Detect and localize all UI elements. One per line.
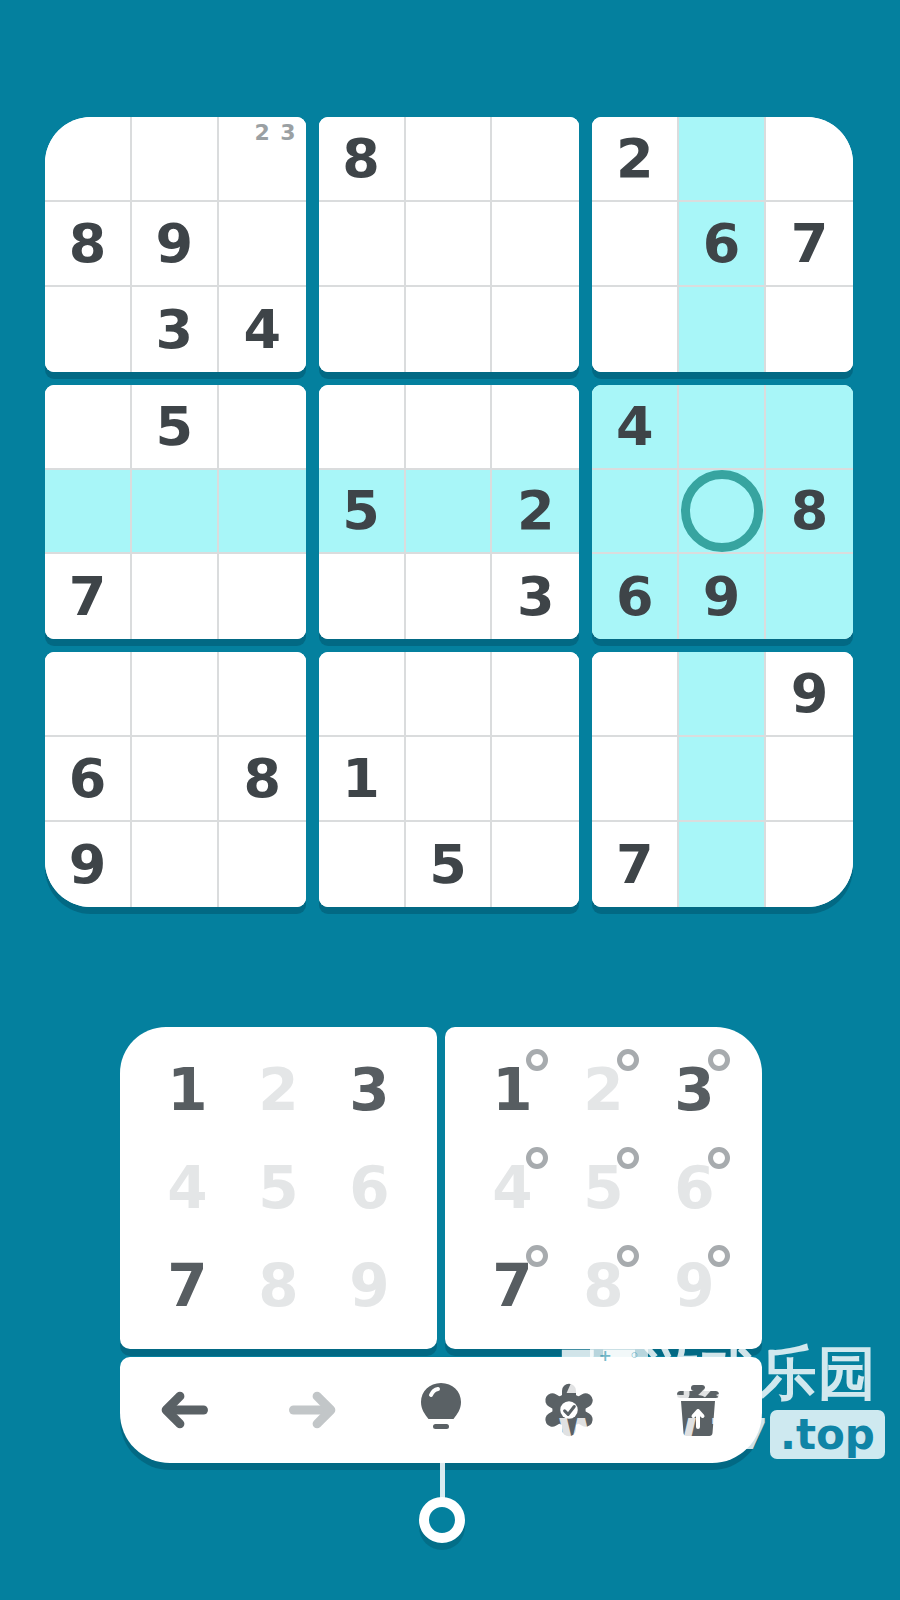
cell-r8c6[interactable]: [492, 737, 579, 822]
numpad-notes-1[interactable]: 1: [467, 1041, 558, 1139]
numpad-normal-7[interactable]: 7: [142, 1237, 233, 1335]
cell-r4c2[interactable]: 5: [132, 385, 219, 470]
pad-digit: 7: [492, 1252, 532, 1320]
pad-digit: 1: [492, 1056, 532, 1124]
numpad-normal-4[interactable]: 4: [142, 1139, 233, 1237]
box-1: 238934: [45, 117, 306, 372]
cell-r8c4[interactable]: 1: [319, 737, 406, 822]
cell-r6c8[interactable]: 9: [679, 554, 766, 639]
cell-r2c2[interactable]: 9: [132, 202, 219, 287]
cell-digit: 8: [69, 212, 107, 275]
numpad-notes: 123456789: [445, 1027, 762, 1349]
cell-r6c3[interactable]: [219, 554, 306, 639]
cell-r3c7[interactable]: [592, 287, 679, 372]
cell-digit: 6: [703, 212, 741, 275]
pad-digit: 5: [258, 1154, 298, 1222]
cell-digit: 3: [517, 565, 555, 628]
watermark-url-suffix: .top: [770, 1410, 885, 1459]
cell-r9c9[interactable]: [766, 822, 853, 907]
pad-digit: 2: [258, 1056, 298, 1124]
pad-digit: 9: [674, 1252, 714, 1320]
cell-r9c7[interactable]: 7: [592, 822, 679, 907]
cell-r5c3[interactable]: [219, 470, 306, 555]
numpad-notes-2[interactable]: 2: [558, 1041, 649, 1139]
cell-r8c8[interactable]: [679, 737, 766, 822]
cell-r8c3[interactable]: 8: [219, 737, 306, 822]
cell-r5c2[interactable]: [132, 470, 219, 555]
cell-digit: 8: [791, 479, 829, 542]
cell-r1c5[interactable]: [406, 117, 493, 202]
cell-r3c2[interactable]: 3: [132, 287, 219, 372]
numpad-notes-7[interactable]: 7: [467, 1237, 558, 1335]
cell-r4c9[interactable]: [766, 385, 853, 470]
cell-digit: 7: [616, 833, 654, 896]
cell-r7c9[interactable]: 9: [766, 652, 853, 737]
cell-r5c4[interactable]: 5: [319, 470, 406, 555]
lightbulb-icon: [417, 1381, 465, 1439]
selection-ring: [681, 470, 763, 552]
cell-r7c2[interactable]: [132, 652, 219, 737]
note-digit: [224, 146, 250, 172]
box-4: 57: [45, 385, 306, 640]
pad-digit: 4: [167, 1154, 207, 1222]
cell-r7c4[interactable]: [319, 652, 406, 737]
sudoku-board: 23893482675752348696891597: [45, 117, 853, 907]
pad-digit: 2: [583, 1056, 623, 1124]
cell-digit: 8: [342, 127, 380, 190]
pad-digit: 9: [349, 1252, 389, 1320]
cell-r4c7[interactable]: 4: [592, 385, 679, 470]
cell-r3c5[interactable]: [406, 287, 493, 372]
box-6: 4869: [592, 385, 853, 640]
cell-r2c3[interactable]: [219, 202, 306, 287]
note-mode-ring-icon: [708, 1049, 730, 1071]
cell-digit: 9: [69, 833, 107, 896]
cell-r4c3[interactable]: [219, 385, 306, 470]
note-mode-ring-icon: [617, 1049, 639, 1071]
box-9: 97: [592, 652, 853, 907]
cell-r1c3[interactable]: 23: [219, 117, 306, 202]
cell-r4c4[interactable]: [319, 385, 406, 470]
cell-r2c9[interactable]: 7: [766, 202, 853, 287]
cell-digit: 6: [616, 565, 654, 628]
cell-r2c6[interactable]: [492, 202, 579, 287]
cell-r2c4[interactable]: [319, 202, 406, 287]
cell-r7c5[interactable]: [406, 652, 493, 737]
numpad-notes-8[interactable]: 8: [558, 1237, 649, 1335]
cell-r5c8[interactable]: [679, 470, 766, 555]
cell-r6c2[interactable]: [132, 554, 219, 639]
cell-r1c4[interactable]: 8: [319, 117, 406, 202]
numpad-notes-6[interactable]: 6: [649, 1139, 740, 1237]
note-digit: [224, 120, 250, 146]
arrow-left-icon: [158, 1388, 210, 1432]
cell-r9c6[interactable]: [492, 822, 579, 907]
cell-r8c7[interactable]: [592, 737, 679, 822]
cell-r5c1[interactable]: [45, 470, 132, 555]
cell-r4c1[interactable]: [45, 385, 132, 470]
pencil-notes: 23: [224, 120, 301, 197]
cell-r9c1[interactable]: 9: [45, 822, 132, 907]
cell-r4c6[interactable]: [492, 385, 579, 470]
cell-r6c9[interactable]: [766, 554, 853, 639]
cell-r1c8[interactable]: [679, 117, 766, 202]
numpad-normal-8[interactable]: 8: [233, 1237, 324, 1335]
gear-icon: [541, 1382, 597, 1438]
numpad-normal: 123456789: [120, 1027, 437, 1349]
cell-r6c4[interactable]: [319, 554, 406, 639]
cell-digit: 1: [342, 747, 380, 810]
cell-r5c6[interactable]: 2: [492, 470, 579, 555]
cell-r8c5[interactable]: [406, 737, 493, 822]
cell-digit: 8: [243, 747, 281, 810]
note-digit: 2: [249, 120, 275, 146]
pad-digit: 7: [167, 1252, 207, 1320]
numpad-normal-2[interactable]: 2: [233, 1041, 324, 1139]
numpad-notes-9[interactable]: 9: [649, 1237, 740, 1335]
cell-digit: 9: [791, 662, 829, 725]
cell-r8c2[interactable]: [132, 737, 219, 822]
cell-r8c9[interactable]: [766, 737, 853, 822]
cell-digit: 3: [156, 298, 194, 361]
undo-button[interactable]: [152, 1378, 216, 1442]
cell-r2c5[interactable]: [406, 202, 493, 287]
trash-icon: [675, 1383, 721, 1437]
cell-r1c1[interactable]: [45, 117, 132, 202]
cell-r3c1[interactable]: [45, 287, 132, 372]
cell-r9c2[interactable]: [132, 822, 219, 907]
cell-r7c1[interactable]: [45, 652, 132, 737]
cell-digit: 5: [342, 479, 380, 542]
erase-button[interactable]: [666, 1378, 730, 1442]
cell-r3c9[interactable]: [766, 287, 853, 372]
cell-r8c1[interactable]: 6: [45, 737, 132, 822]
cell-r9c3[interactable]: [219, 822, 306, 907]
pad-digit: 3: [674, 1056, 714, 1124]
pad-digit: 3: [349, 1056, 389, 1124]
pad-digit: 8: [583, 1252, 623, 1320]
cell-r9c8[interactable]: [679, 822, 766, 907]
redo-button[interactable]: [281, 1378, 345, 1442]
settings-button[interactable]: [537, 1378, 601, 1442]
cell-digit: 9: [703, 565, 741, 628]
cell-digit: 9: [156, 212, 194, 275]
cell-r4c5[interactable]: [406, 385, 493, 470]
pad-digit: 6: [349, 1154, 389, 1222]
note-digit: [224, 171, 250, 197]
pad-digit: 1: [167, 1056, 207, 1124]
note-digit: [275, 146, 301, 172]
cell-r1c7[interactable]: 2: [592, 117, 679, 202]
cell-r6c1[interactable]: 7: [45, 554, 132, 639]
box-5: 523: [319, 385, 580, 640]
cell-r3c3[interactable]: 4: [219, 287, 306, 372]
handle-line: [440, 1462, 445, 1500]
toolbar: [120, 1357, 762, 1463]
cell-r3c6[interactable]: [492, 287, 579, 372]
cell-r9c4[interactable]: [319, 822, 406, 907]
note-mode-ring-icon: [526, 1147, 548, 1169]
cell-r7c6[interactable]: [492, 652, 579, 737]
box-7: 689: [45, 652, 306, 907]
pad-digit: 4: [492, 1154, 532, 1222]
cell-r1c6[interactable]: [492, 117, 579, 202]
pad-digit: 8: [258, 1252, 298, 1320]
numpad-normal-6[interactable]: 6: [324, 1139, 415, 1237]
numpad-notes-3[interactable]: 3: [649, 1041, 740, 1139]
note-digit: [249, 171, 275, 197]
note-mode-ring-icon: [617, 1147, 639, 1169]
cell-digit: 4: [616, 395, 654, 458]
cell-digit: 6: [69, 747, 107, 810]
hint-button[interactable]: [409, 1378, 473, 1442]
cell-r6c7[interactable]: 6: [592, 554, 679, 639]
note-digit: [275, 171, 301, 197]
cell-digit: 2: [517, 479, 555, 542]
numpad-notes-4[interactable]: 4: [467, 1139, 558, 1237]
cell-r5c9[interactable]: 8: [766, 470, 853, 555]
cell-r3c4[interactable]: [319, 287, 406, 372]
cell-r9c5[interactable]: 5: [406, 822, 493, 907]
box-3: 267: [592, 117, 853, 372]
cell-r7c8[interactable]: [679, 652, 766, 737]
note-mode-ring-icon: [708, 1147, 730, 1169]
note-mode-ring-icon: [526, 1245, 548, 1267]
cell-r3c8[interactable]: [679, 287, 766, 372]
cell-r5c7[interactable]: [592, 470, 679, 555]
numpad-normal-9[interactable]: 9: [324, 1237, 415, 1335]
note-digit: 3: [275, 120, 301, 146]
numpad-normal-3[interactable]: 3: [324, 1041, 415, 1139]
cell-digit: 5: [156, 395, 194, 458]
cell-r7c7[interactable]: [592, 652, 679, 737]
cell-digit: 2: [616, 127, 654, 190]
cell-r2c7[interactable]: [592, 202, 679, 287]
note-mode-ring-icon: [526, 1049, 548, 1071]
numpad-normal-5[interactable]: 5: [233, 1139, 324, 1237]
cell-r6c5[interactable]: [406, 554, 493, 639]
cell-digit: 5: [429, 833, 467, 896]
cell-r7c3[interactable]: [219, 652, 306, 737]
box-2: 8: [319, 117, 580, 372]
cell-r1c2[interactable]: [132, 117, 219, 202]
cell-digit: 7: [69, 565, 107, 628]
note-mode-ring-icon: [617, 1245, 639, 1267]
cell-r2c1[interactable]: 8: [45, 202, 132, 287]
arrow-right-icon: [287, 1388, 339, 1432]
cell-digit: 7: [791, 212, 829, 275]
cell-r6c6[interactable]: 3: [492, 554, 579, 639]
pad-digit: 6: [674, 1154, 714, 1222]
cell-r5c5[interactable]: [406, 470, 493, 555]
cell-r2c8[interactable]: 6: [679, 202, 766, 287]
pull-handle[interactable]: [419, 1497, 465, 1543]
note-digit: [249, 146, 275, 172]
pad-digit: 5: [583, 1154, 623, 1222]
numpad-normal-1[interactable]: 1: [142, 1041, 233, 1139]
cell-digit: 4: [243, 298, 281, 361]
numpad-notes-5[interactable]: 5: [558, 1139, 649, 1237]
box-8: 15: [319, 652, 580, 907]
note-mode-ring-icon: [708, 1245, 730, 1267]
cell-r4c8[interactable]: [679, 385, 766, 470]
cell-r1c9[interactable]: [766, 117, 853, 202]
